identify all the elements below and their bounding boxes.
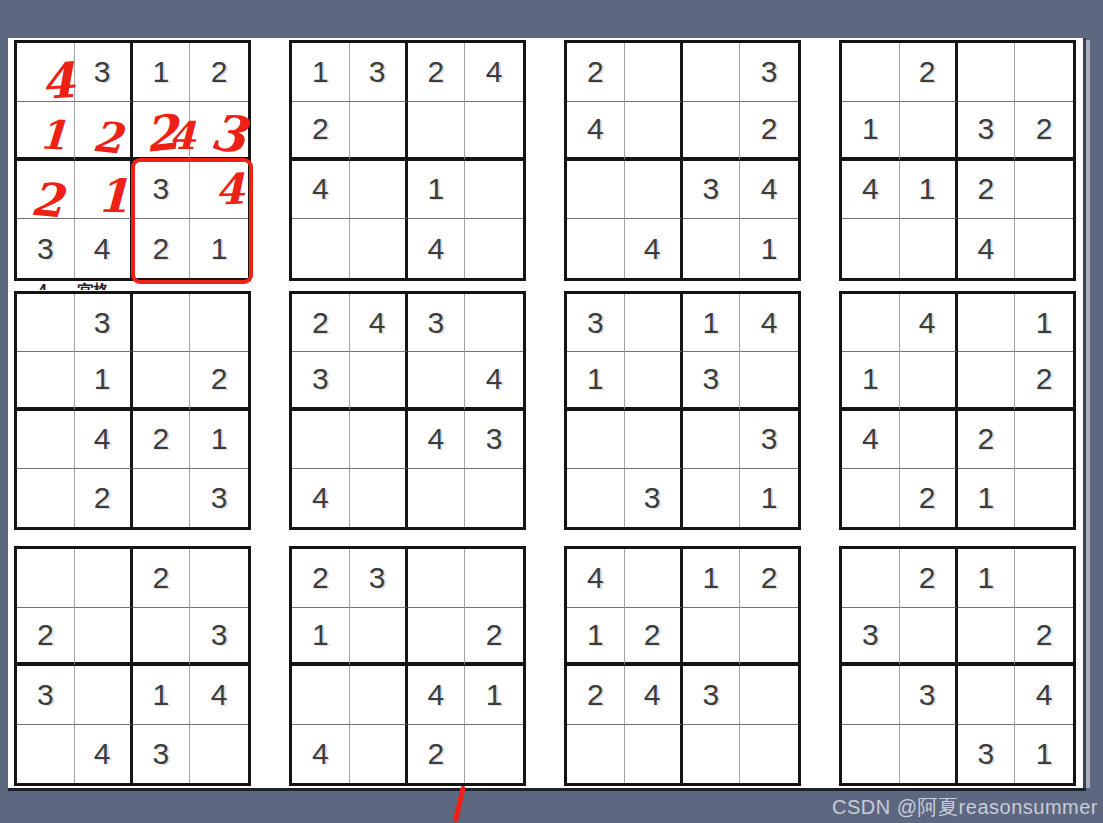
grid6-cell-r2c2 [350,352,408,410]
grid1-cell-r4c1: 3 [17,219,75,278]
grid7-cell-r2c2 [625,352,683,410]
grid5-cell-r3c2: 4 [75,411,133,469]
grid3-cell-r4c2: 4 [625,219,683,278]
grid6-cell-r1c4 [465,294,523,352]
grid5-cell-r1c4 [190,294,248,352]
grid3-cell-r3c1 [567,161,625,220]
grid5-cell-r4c4: 3 [190,469,248,527]
grid4-cell-r4c1 [842,219,900,278]
grid4-cell-r4c3: 4 [958,219,1016,278]
grid7-cell-r4c4: 1 [740,469,798,527]
grid2-cell-r1c3: 2 [408,43,466,102]
grid2-cell-r1c4: 4 [465,43,523,102]
grid9-cell-r4c2: 4 [75,725,133,784]
grid8-cell-r3c1: 4 [842,411,900,469]
grid6-cell-r1c1: 2 [292,294,350,352]
grid7-cell-r1c2 [625,294,683,352]
grid12-cell-r2c1: 3 [842,608,900,667]
grid2-cell-r3c4 [465,161,523,220]
grid7-cell-r3c3 [683,411,741,469]
grid4-cell-r3c4 [1015,161,1073,220]
grid7-cell-r1c1: 3 [567,294,625,352]
watermark: CSDN @阿夏reasonsummer [832,794,1098,821]
grid1-cell-r4c2: 4 [75,219,133,278]
sudoku-grid-8: 41124221 [839,291,1076,530]
grid1-cell-r3c2 [75,161,133,220]
grid6-cell-r4c3 [408,469,466,527]
grid2-cell-r2c1: 2 [292,102,350,161]
grid6-cell-r1c2: 4 [350,294,408,352]
grid1-cell-r1c1 [17,43,75,102]
grid11-cell-r1c3: 1 [683,549,741,608]
grid6-cell-r3c2 [350,411,408,469]
grid12-cell-r1c1 [842,549,900,608]
grid7-cell-r3c4: 3 [740,411,798,469]
grid1-cell-r2c4 [190,102,248,161]
grid11-cell-r2c3 [683,608,741,667]
grid10-cell-r1c1: 2 [292,549,350,608]
grid2-cell-r3c1: 4 [292,161,350,220]
grid1-cell-r2c3 [133,102,191,161]
grid2-cell-r4c4 [465,219,523,278]
grid12-cell-r3c1 [842,666,900,725]
grid11-cell-r4c4 [740,725,798,784]
sudoku-grid-5: 31242123 [14,291,251,530]
grid1-cell-r2c1 [17,102,75,161]
grid3-cell-r3c4: 4 [740,161,798,220]
grid11-cell-r2c4 [740,608,798,667]
grid2-cell-r4c1 [292,219,350,278]
grid10-cell-r1c3 [408,549,466,608]
sudoku-grid-10: 23124142 [289,546,526,786]
grid12-cell-r3c4: 4 [1015,666,1073,725]
grid3-cell-r1c3 [683,43,741,102]
grid7-cell-r2c4 [740,352,798,410]
grid12-cell-r4c2 [900,725,958,784]
grid2-cell-r3c2 [350,161,408,220]
grid6-cell-r2c3 [408,352,466,410]
screenshot-root: { "game": "sudoku-4x4-worksheet", "descr… [0,0,1103,823]
grid1-cell-r1c3: 1 [133,43,191,102]
grid5-cell-r1c2: 3 [75,294,133,352]
grid12-cell-r3c2: 3 [900,666,958,725]
grid2-cell-r3c3: 1 [408,161,466,220]
grid9-cell-r2c1: 2 [17,608,75,667]
grid2-cell-r4c2 [350,219,408,278]
sudoku-grid-11: 41212243 [564,546,801,786]
grid4-cell-r3c1: 4 [842,161,900,220]
grid5-cell-r2c1 [17,352,75,410]
grid4-cell-r2c1: 1 [842,102,900,161]
grid4-cell-r4c4 [1015,219,1073,278]
grid4-cell-r1c2: 2 [900,43,958,102]
grid6-cell-r2c4: 4 [465,352,523,410]
grid11-cell-r1c2 [625,549,683,608]
grid9-cell-r3c2 [75,666,133,725]
grid12-cell-r4c3: 3 [958,725,1016,784]
sudoku-grid-6: 24334434 [289,291,526,530]
grid3-cell-r4c4: 1 [740,219,798,278]
sudoku-grid-7: 31413331 [564,291,801,530]
grid11-cell-r4c2 [625,725,683,784]
grid4-cell-r2c4: 2 [1015,102,1073,161]
grid7-cell-r4c1 [567,469,625,527]
grid9-cell-r1c2 [75,549,133,608]
grid9-cell-r3c4: 4 [190,666,248,725]
grid9-cell-r2c2 [75,608,133,667]
grid11-cell-r2c1: 1 [567,608,625,667]
grid10-cell-r4c2 [350,725,408,784]
grid8-cell-r2c4: 2 [1015,352,1073,410]
grid3-cell-r2c2 [625,102,683,161]
grid12-cell-r1c3: 1 [958,549,1016,608]
grid1-cell-r3c1 [17,161,75,220]
grid3-cell-r1c4: 3 [740,43,798,102]
grid2-cell-r1c2: 3 [350,43,408,102]
grid8-cell-r2c3 [958,352,1016,410]
grid6-cell-r4c1: 4 [292,469,350,527]
grid5-cell-r4c3 [133,469,191,527]
grid4-cell-r4c2 [900,219,958,278]
grid10-cell-r2c1: 1 [292,608,350,667]
grid8-cell-r3c4 [1015,411,1073,469]
grid1-cell-r1c4: 2 [190,43,248,102]
grid2-cell-r1c1: 1 [292,43,350,102]
grid7-cell-r1c4: 4 [740,294,798,352]
sudoku-grid-9: 22331443 [14,546,251,786]
grid9-cell-r4c1 [17,725,75,784]
grid12-cell-r1c4 [1015,549,1073,608]
grid4-cell-r3c2: 1 [900,161,958,220]
grid8-cell-r1c1 [842,294,900,352]
grid12-cell-r4c4: 1 [1015,725,1073,784]
grid5-cell-r3c4: 1 [190,411,248,469]
grid5-cell-r3c1 [17,411,75,469]
grid7-cell-r3c1 [567,411,625,469]
grid7-cell-r2c1: 1 [567,352,625,410]
grid8-cell-r1c4: 1 [1015,294,1073,352]
grid11-cell-r3c1: 2 [567,666,625,725]
grid3-cell-r1c1: 2 [567,43,625,102]
grid12-cell-r2c2 [900,608,958,667]
grid7-cell-r4c2: 3 [625,469,683,527]
grid7-cell-r2c3: 3 [683,352,741,410]
grid5-cell-r1c1 [17,294,75,352]
grid4-cell-r1c1 [842,43,900,102]
grid12-cell-r3c3 [958,666,1016,725]
grid12-cell-r2c3 [958,608,1016,667]
grid5-cell-r4c2: 2 [75,469,133,527]
grid9-cell-r4c3: 3 [133,725,191,784]
grid6-cell-r2c1: 3 [292,352,350,410]
grid8-cell-r1c3 [958,294,1016,352]
grid10-cell-r4c4 [465,725,523,784]
grid8-cell-r4c4 [1015,469,1073,527]
grid2-cell-r2c4 [465,102,523,161]
grid6-cell-r3c4: 3 [465,411,523,469]
grid11-cell-r4c3 [683,725,741,784]
grid5-cell-r4c1 [17,469,75,527]
grid8-cell-r1c2: 4 [900,294,958,352]
grid4-cell-r1c4 [1015,43,1073,102]
grid5-cell-r2c4: 2 [190,352,248,410]
grid11-cell-r3c4 [740,666,798,725]
grid9-cell-r3c3: 1 [133,666,191,725]
grid6-cell-r1c3: 3 [408,294,466,352]
grid3-cell-r4c3 [683,219,741,278]
sudoku-grid-2: 13242414 [289,40,526,281]
grid3-cell-r3c2 [625,161,683,220]
grid1-cell-r1c2: 3 [75,43,133,102]
grid12-cell-r2c4: 2 [1015,608,1073,667]
grid10-cell-r1c4 [465,549,523,608]
grid12-cell-r4c1 [842,725,900,784]
grid7-cell-r3c2 [625,411,683,469]
grid10-cell-r3c2 [350,666,408,725]
grid9-cell-r2c4: 3 [190,608,248,667]
grid10-cell-r1c2: 3 [350,549,408,608]
grid4-cell-r3c3: 2 [958,161,1016,220]
grid8-cell-r3c3: 2 [958,411,1016,469]
grid10-cell-r2c2 [350,608,408,667]
grid5-cell-r3c3: 2 [133,411,191,469]
grid11-cell-r1c1: 4 [567,549,625,608]
grid8-cell-r2c1: 1 [842,352,900,410]
grid1-cell-r2c2 [75,102,133,161]
grid12-cell-r1c2: 2 [900,549,958,608]
grid8-cell-r2c2 [900,352,958,410]
grid4-cell-r2c3: 3 [958,102,1016,161]
grid7-cell-r1c3: 1 [683,294,741,352]
grid3-cell-r3c3: 3 [683,161,741,220]
grid5-cell-r1c3 [133,294,191,352]
grid9-cell-r1c4 [190,549,248,608]
grid10-cell-r2c3 [408,608,466,667]
sudoku-grid-1: 31233421412243214 [14,40,251,281]
grid10-cell-r3c1 [292,666,350,725]
sudoku-grid-3: 23423441 [564,40,801,281]
grid6-cell-r3c1 [292,411,350,469]
grid8-cell-r4c1 [842,469,900,527]
sudoku-grid-12: 21323431 [839,546,1076,786]
grid2-cell-r2c3 [408,102,466,161]
grid3-cell-r1c2 [625,43,683,102]
red-pen-stroke [453,785,466,822]
grid10-cell-r2c4: 2 [465,608,523,667]
grid11-cell-r1c4: 2 [740,549,798,608]
grid6-cell-r4c4 [465,469,523,527]
grid9-cell-r3c1: 3 [17,666,75,725]
grid3-cell-r4c1 [567,219,625,278]
grid3-cell-r2c3 [683,102,741,161]
grid10-cell-r3c4: 1 [465,666,523,725]
grid4-cell-r1c3 [958,43,1016,102]
grid2-cell-r2c2 [350,102,408,161]
grid8-cell-r3c2 [900,411,958,469]
grid5-cell-r2c2: 1 [75,352,133,410]
grid11-cell-r3c2: 4 [625,666,683,725]
grid10-cell-r3c3: 4 [408,666,466,725]
grid9-cell-r2c3 [133,608,191,667]
grid11-cell-r4c1 [567,725,625,784]
page-right-edge-highlight [1086,40,1090,788]
grid9-cell-r4c4 [190,725,248,784]
grid8-cell-r4c2: 2 [900,469,958,527]
grid10-cell-r4c3: 2 [408,725,466,784]
page-bottom-edge [8,788,1086,791]
grid6-cell-r3c3: 4 [408,411,466,469]
grid4-cell-r2c2 [900,102,958,161]
grid10-cell-r4c1: 4 [292,725,350,784]
grid9-cell-r1c3: 2 [133,549,191,608]
grid2-cell-r4c3: 4 [408,219,466,278]
grid9-cell-r1c1 [17,549,75,608]
grid5-cell-r2c3 [133,352,191,410]
grid11-cell-r2c2: 2 [625,608,683,667]
sudoku-grid-4: 21324124 [839,40,1076,281]
grid11-cell-r3c3: 3 [683,666,741,725]
grid3-cell-r2c1: 4 [567,102,625,161]
grid6-cell-r4c2 [350,469,408,527]
red-annotation-box [131,158,253,284]
grid8-cell-r4c3: 1 [958,469,1016,527]
grid7-cell-r4c3 [683,469,741,527]
grid3-cell-r2c4: 2 [740,102,798,161]
